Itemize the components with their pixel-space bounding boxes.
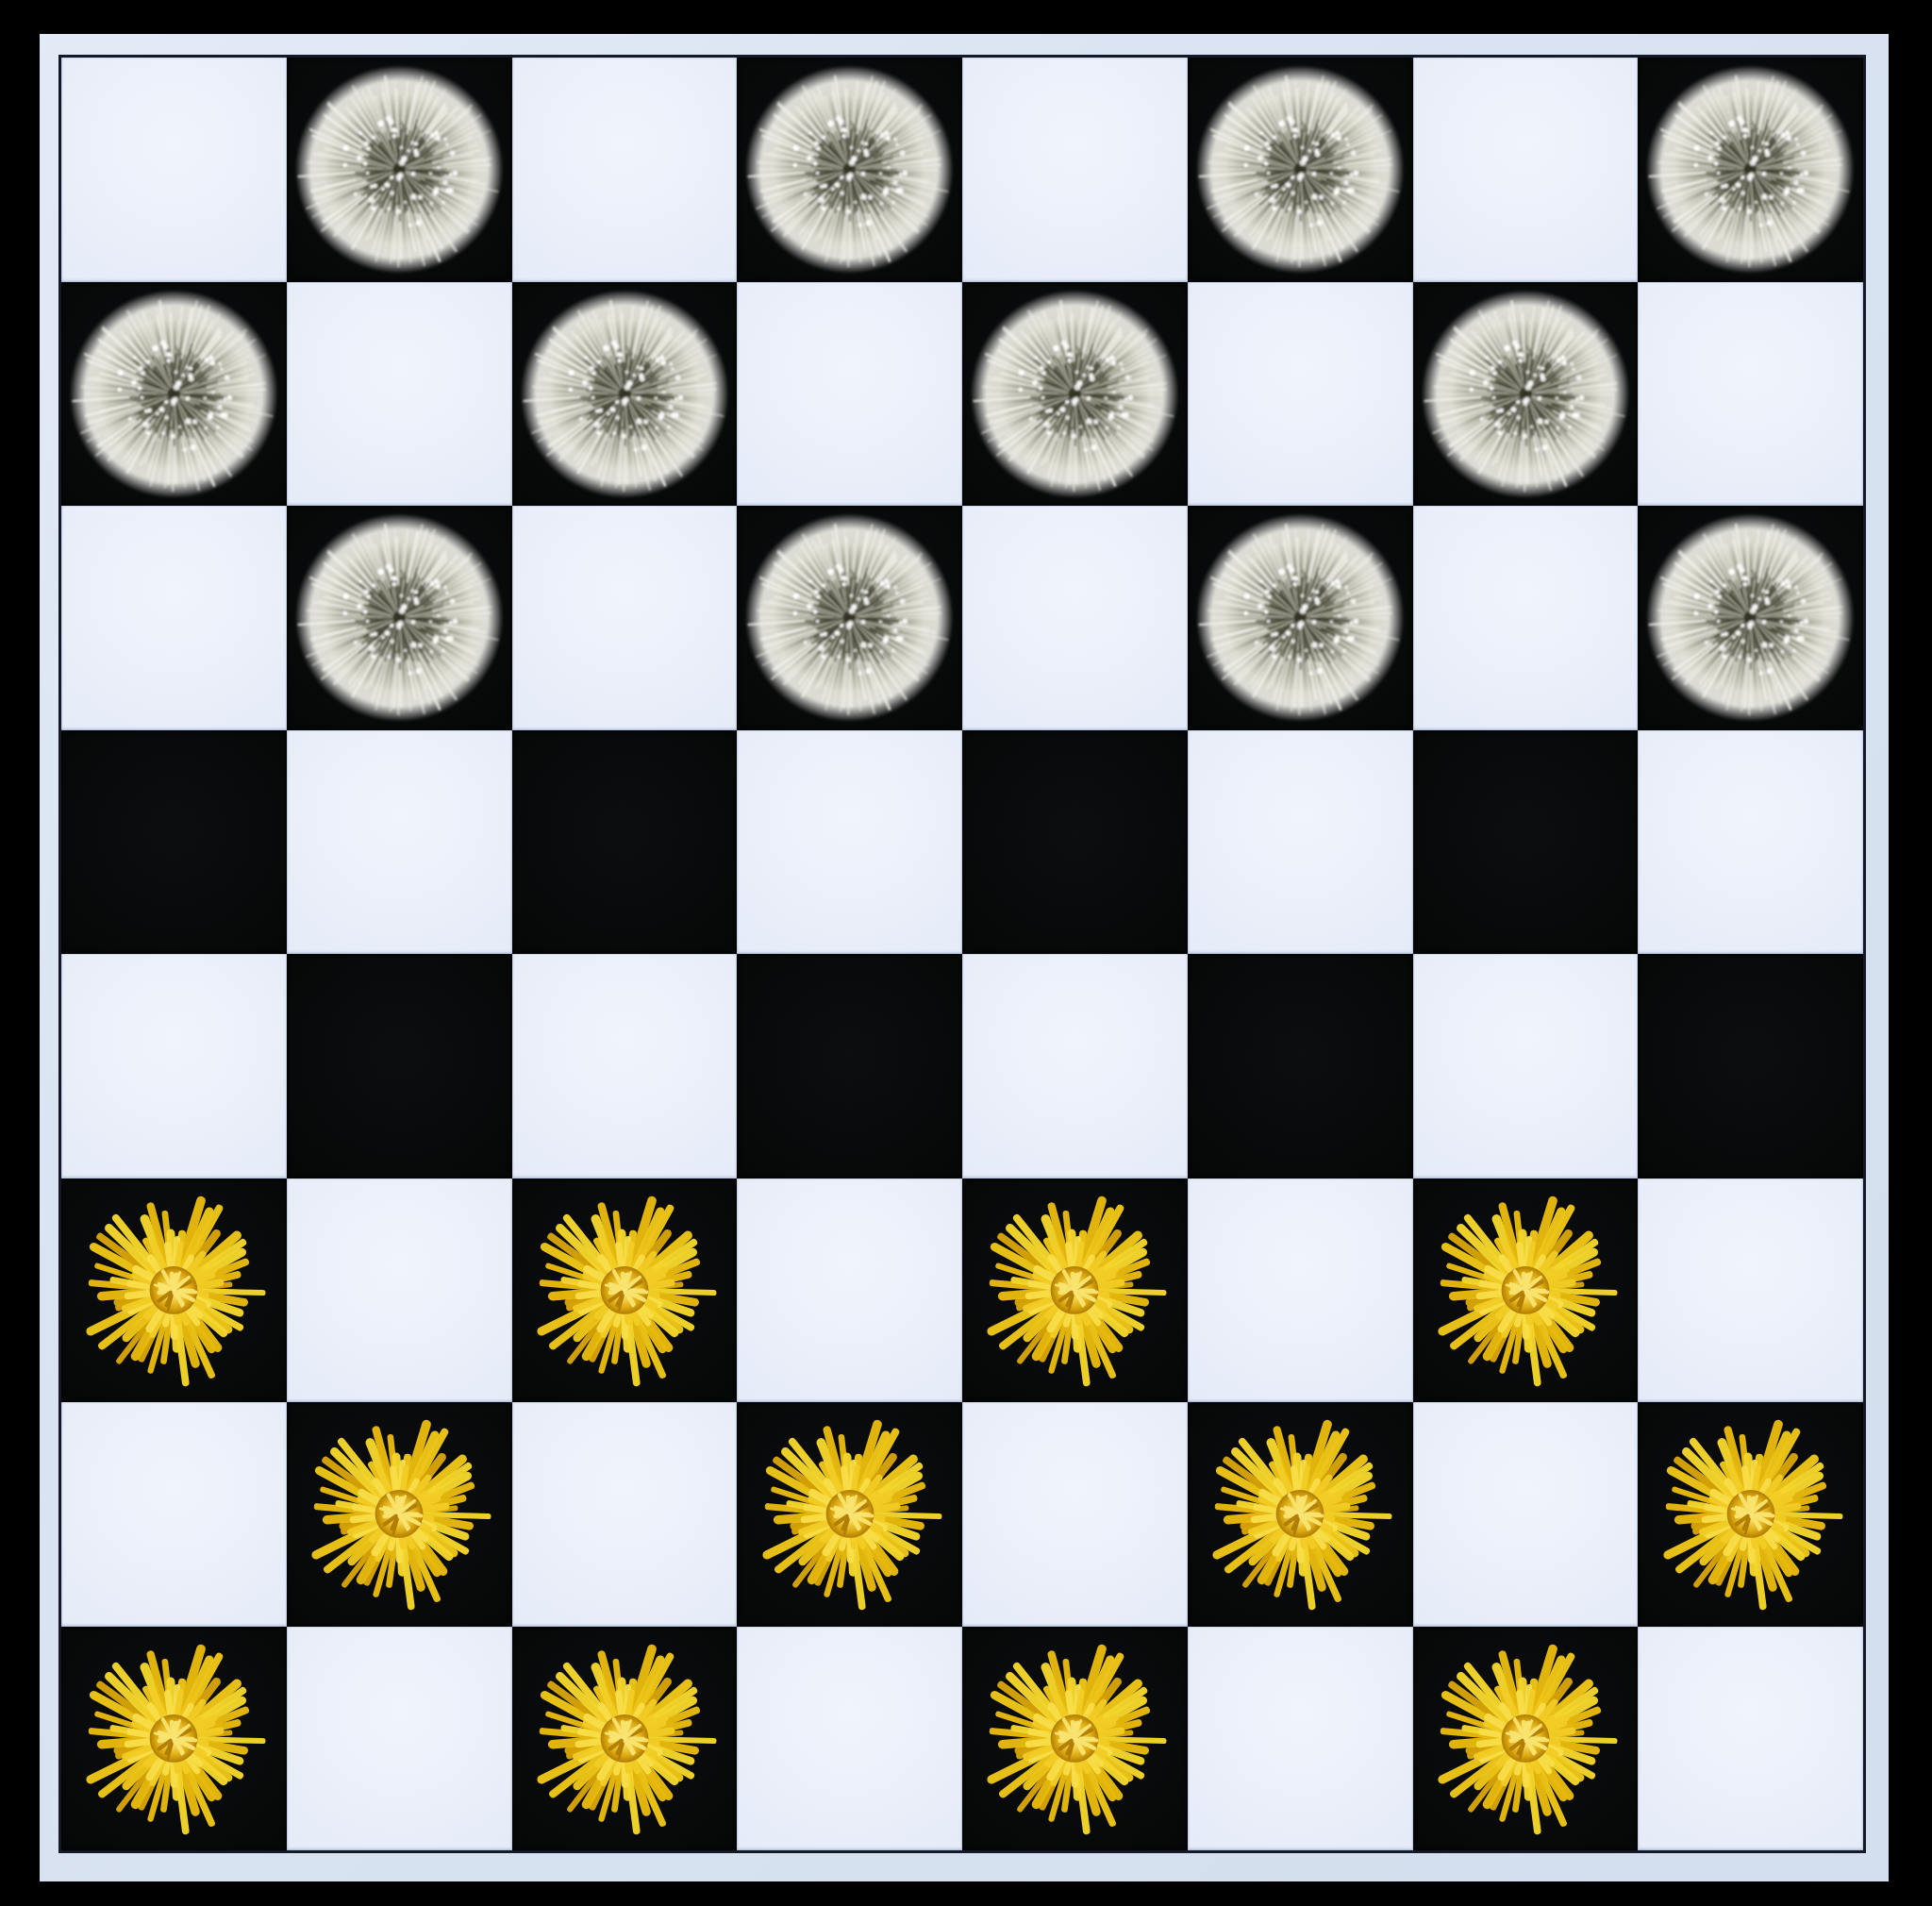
- piece-yellow-flower[interactable]: [294, 1410, 504, 1618]
- square-d2[interactable]: [737, 1402, 962, 1627]
- square-a5[interactable]: [61, 730, 287, 955]
- square-f7[interactable]: [1188, 282, 1413, 507]
- square-e3[interactable]: [962, 1179, 1188, 1403]
- square-g1[interactable]: [1413, 1627, 1639, 1851]
- square-c8[interactable]: [512, 58, 738, 282]
- square-b1[interactable]: [287, 1627, 512, 1851]
- square-f8[interactable]: [1188, 58, 1413, 282]
- square-d5[interactable]: [737, 730, 962, 955]
- square-c1[interactable]: [512, 1627, 738, 1851]
- square-f3[interactable]: [1188, 1179, 1413, 1403]
- piece-white-seedhead[interactable]: [738, 507, 960, 728]
- piece-yellow-flower[interactable]: [520, 1634, 729, 1843]
- piece-white-seedhead[interactable]: [1639, 507, 1861, 728]
- square-c5[interactable]: [512, 730, 738, 955]
- square-a7[interactable]: [61, 282, 287, 507]
- square-h4[interactable]: [1638, 954, 1863, 1179]
- square-c3[interactable]: [512, 1179, 738, 1403]
- square-d4[interactable]: [737, 954, 962, 1179]
- square-e1[interactable]: [962, 1627, 1188, 1851]
- square-b4[interactable]: [287, 954, 512, 1179]
- square-a1[interactable]: [61, 1627, 287, 1851]
- piece-white-seedhead[interactable]: [963, 283, 1186, 505]
- square-e6[interactable]: [962, 506, 1188, 730]
- piece-yellow-flower[interactable]: [520, 1186, 729, 1395]
- piece-white-seedhead[interactable]: [288, 507, 510, 728]
- piece-yellow-flower[interactable]: [1195, 1410, 1405, 1618]
- square-g7[interactable]: [1413, 282, 1639, 507]
- square-c7[interactable]: [512, 282, 738, 507]
- square-a2[interactable]: [61, 1402, 287, 1627]
- piece-yellow-flower[interactable]: [745, 1410, 955, 1618]
- square-h2[interactable]: [1638, 1402, 1863, 1627]
- square-f5[interactable]: [1188, 730, 1413, 955]
- square-a8[interactable]: [61, 58, 287, 282]
- square-f1[interactable]: [1188, 1627, 1413, 1851]
- piece-white-seedhead[interactable]: [62, 283, 285, 505]
- piece-white-seedhead[interactable]: [738, 59, 960, 280]
- square-f2[interactable]: [1188, 1402, 1413, 1627]
- piece-white-seedhead[interactable]: [1639, 59, 1861, 280]
- square-h3[interactable]: [1638, 1179, 1863, 1403]
- board-paper-margin: [40, 34, 1889, 1881]
- square-e2[interactable]: [962, 1402, 1188, 1627]
- square-b7[interactable]: [287, 282, 512, 507]
- square-d6[interactable]: [737, 506, 962, 730]
- piece-yellow-flower[interactable]: [1646, 1410, 1856, 1618]
- square-b3[interactable]: [287, 1179, 512, 1403]
- square-b6[interactable]: [287, 506, 512, 730]
- square-b2[interactable]: [287, 1402, 512, 1627]
- piece-white-seedhead[interactable]: [288, 59, 510, 280]
- square-g8[interactable]: [1413, 58, 1639, 282]
- square-e8[interactable]: [962, 58, 1188, 282]
- piece-white-seedhead[interactable]: [1189, 507, 1411, 728]
- square-d7[interactable]: [737, 282, 962, 507]
- square-c2[interactable]: [512, 1402, 738, 1627]
- square-g3[interactable]: [1413, 1179, 1639, 1403]
- square-h7[interactable]: [1638, 282, 1863, 507]
- square-b8[interactable]: [287, 58, 512, 282]
- board: [58, 55, 1866, 1853]
- square-h8[interactable]: [1638, 58, 1863, 282]
- square-e7[interactable]: [962, 282, 1188, 507]
- piece-white-seedhead[interactable]: [513, 283, 736, 505]
- piece-white-seedhead[interactable]: [1414, 283, 1637, 505]
- checkers-board-photo: [0, 0, 1932, 1906]
- square-c6[interactable]: [512, 506, 738, 730]
- square-f4[interactable]: [1188, 954, 1413, 1179]
- square-g6[interactable]: [1413, 506, 1639, 730]
- square-g5[interactable]: [1413, 730, 1639, 955]
- square-d8[interactable]: [737, 58, 962, 282]
- square-e4[interactable]: [962, 954, 1188, 1179]
- square-g2[interactable]: [1413, 1402, 1639, 1627]
- piece-yellow-flower[interactable]: [1421, 1634, 1630, 1843]
- square-f6[interactable]: [1188, 506, 1413, 730]
- square-h6[interactable]: [1638, 506, 1863, 730]
- piece-white-seedhead[interactable]: [1189, 59, 1411, 280]
- square-a3[interactable]: [61, 1179, 287, 1403]
- square-d3[interactable]: [737, 1179, 962, 1403]
- square-b5[interactable]: [287, 730, 512, 955]
- piece-yellow-flower[interactable]: [69, 1634, 278, 1843]
- square-h1[interactable]: [1638, 1627, 1863, 1851]
- square-a6[interactable]: [61, 506, 287, 730]
- square-g4[interactable]: [1413, 954, 1639, 1179]
- square-e5[interactable]: [962, 730, 1188, 955]
- square-h5[interactable]: [1638, 730, 1863, 955]
- piece-yellow-flower[interactable]: [970, 1186, 1179, 1395]
- piece-yellow-flower[interactable]: [1421, 1186, 1630, 1395]
- square-a4[interactable]: [61, 954, 287, 1179]
- square-d1[interactable]: [737, 1627, 962, 1851]
- square-c4[interactable]: [512, 954, 738, 1179]
- piece-yellow-flower[interactable]: [970, 1634, 1179, 1843]
- piece-yellow-flower[interactable]: [69, 1186, 278, 1395]
